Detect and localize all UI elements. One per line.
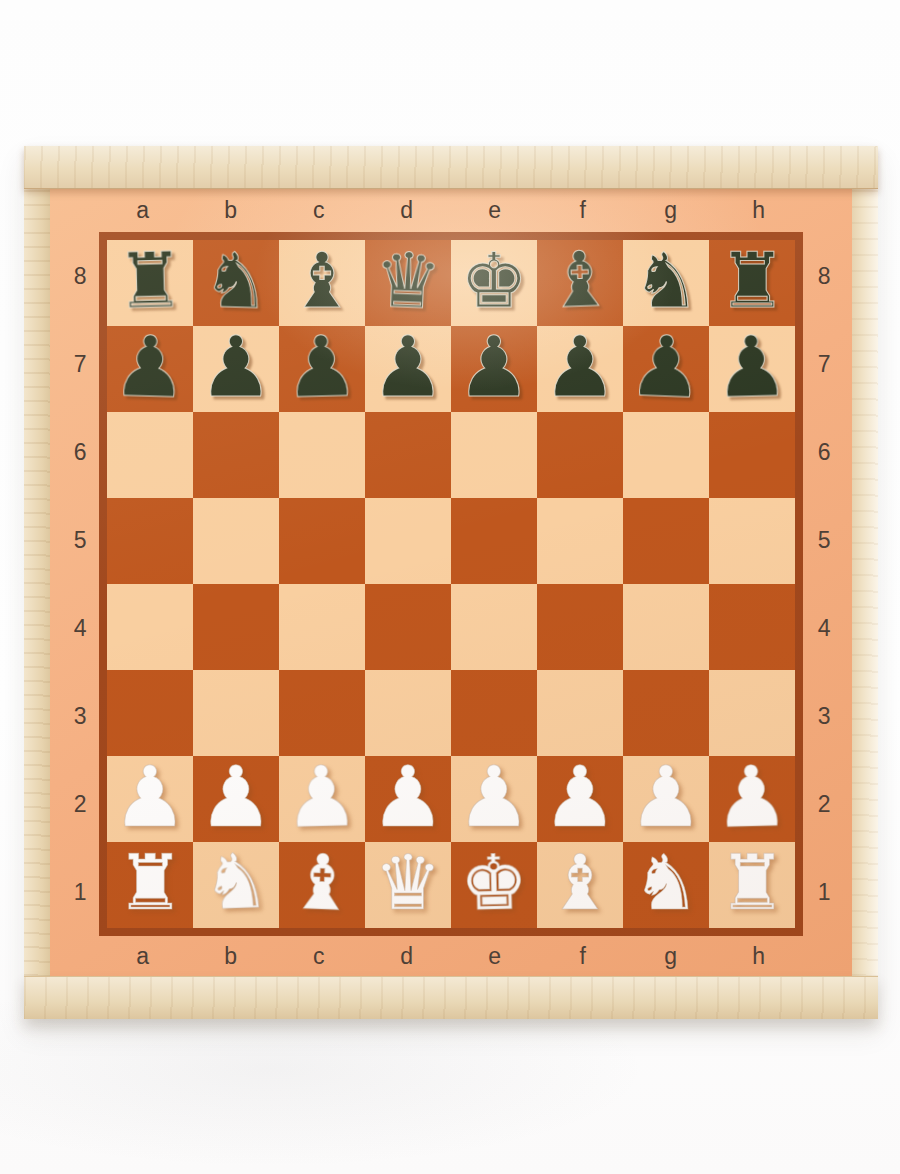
file-labels-bottom: abcdefgh xyxy=(50,936,852,976)
rank-label-8: 8 xyxy=(50,232,99,320)
piece-black-pawn[interactable]: ♟ xyxy=(627,324,705,411)
file-label-c: c xyxy=(275,936,363,976)
file-labels-top: abcdefgh xyxy=(50,188,852,232)
piece-white-bishop[interactable]: ♝ xyxy=(286,844,357,923)
chess-board-grid: ♜♞♝♛♚♝♞♜♟♟♟♟♟♟♟♟♟♟♟♟♟♟♟♟♜♞♝♛♚♝♞♜ xyxy=(107,240,795,928)
piece-white-pawn[interactable]: ♟ xyxy=(198,755,273,839)
square-e2[interactable]: ♟ xyxy=(451,756,537,842)
square-a4[interactable] xyxy=(107,584,193,670)
square-g2[interactable]: ♟ xyxy=(623,756,709,842)
rank-label-6: 6 xyxy=(803,408,852,496)
rank-labels-left: 87654321 xyxy=(50,232,99,936)
file-label-a: a xyxy=(99,188,187,232)
rank-label-1: 1 xyxy=(803,848,852,936)
corner-spacer xyxy=(50,188,99,232)
square-g6[interactable] xyxy=(623,412,709,498)
corner-spacer xyxy=(803,936,852,976)
square-f8[interactable]: ♝ xyxy=(537,240,623,326)
square-b1[interactable]: ♞ xyxy=(193,842,279,928)
square-e6[interactable] xyxy=(451,412,537,498)
square-a5[interactable] xyxy=(107,498,193,584)
square-d5[interactable] xyxy=(365,498,451,584)
piece-black-pawn[interactable]: ♟ xyxy=(542,325,617,409)
rank-label-6: 6 xyxy=(50,408,99,496)
board-middle: 87654321 ♜♞♝♛♚♝♞♜♟♟♟♟♟♟♟♟♟♟♟♟♟♟♟♟♜♞♝♛♚♝♞… xyxy=(50,232,852,936)
square-b3[interactable] xyxy=(193,670,279,756)
file-label-d: d xyxy=(363,188,451,232)
file-label-a: a xyxy=(99,936,187,976)
file-label-b: b xyxy=(187,188,275,232)
photo-scene: abcdefgh 87654321 ♜♞♝♛♚♝♞♜♟♟♟♟♟♟♟♟♟♟♟♟♟♟… xyxy=(0,0,900,1174)
piece-white-rook[interactable]: ♜ xyxy=(718,845,786,921)
square-c3[interactable] xyxy=(279,670,365,756)
file-label-g: g xyxy=(627,188,715,232)
rank-label-5: 5 xyxy=(50,496,99,584)
rank-label-3: 3 xyxy=(803,672,852,760)
square-e7[interactable]: ♟ xyxy=(451,326,537,412)
square-d2[interactable]: ♟ xyxy=(365,756,451,842)
rank-label-5: 5 xyxy=(803,496,852,584)
square-h4[interactable] xyxy=(709,584,795,670)
square-b8[interactable]: ♞ xyxy=(193,240,279,326)
piece-white-knight[interactable]: ♞ xyxy=(632,845,700,921)
square-h7[interactable]: ♟ xyxy=(709,326,795,412)
file-label-h: h xyxy=(715,188,803,232)
piece-white-pawn[interactable]: ♟ xyxy=(628,755,703,839)
file-label-f: f xyxy=(539,936,627,976)
piece-black-pawn[interactable]: ♟ xyxy=(713,324,790,410)
square-a7[interactable]: ♟ xyxy=(107,326,193,412)
square-d7[interactable]: ♟ xyxy=(365,326,451,412)
piece-white-king[interactable]: ♚ xyxy=(459,844,529,922)
rank-label-2: 2 xyxy=(50,760,99,848)
square-g8[interactable]: ♞ xyxy=(623,240,709,326)
square-f7[interactable]: ♟ xyxy=(537,326,623,412)
square-e8[interactable]: ♚ xyxy=(451,240,537,326)
piece-black-bishop[interactable]: ♝ xyxy=(545,241,616,319)
file-label-e: e xyxy=(451,936,539,976)
square-b2[interactable]: ♟ xyxy=(193,756,279,842)
square-f1[interactable]: ♝ xyxy=(537,842,623,928)
square-f2[interactable]: ♟ xyxy=(537,756,623,842)
square-h5[interactable] xyxy=(709,498,795,584)
piece-white-pawn[interactable]: ♟ xyxy=(112,755,187,839)
square-c7[interactable]: ♟ xyxy=(279,326,365,412)
square-d1[interactable]: ♛ xyxy=(365,842,451,928)
piece-black-knight[interactable]: ♞ xyxy=(201,242,271,320)
piece-white-pawn[interactable]: ♟ xyxy=(713,754,790,840)
piece-white-pawn[interactable]: ♟ xyxy=(283,754,360,840)
piece-black-pawn[interactable]: ♟ xyxy=(370,325,445,409)
piece-white-bishop[interactable]: ♝ xyxy=(546,845,614,921)
file-label-g: g xyxy=(627,936,715,976)
wooden-frame-bottom-rail xyxy=(24,976,878,1019)
square-g5[interactable] xyxy=(623,498,709,584)
square-d4[interactable] xyxy=(365,584,451,670)
square-g7[interactable]: ♟ xyxy=(623,326,709,412)
file-label-f: f xyxy=(539,188,627,232)
piece-white-rook[interactable]: ♜ xyxy=(116,845,184,921)
square-h8[interactable]: ♜ xyxy=(709,240,795,326)
square-f6[interactable] xyxy=(537,412,623,498)
rank-label-8: 8 xyxy=(803,232,852,320)
piece-white-pawn[interactable]: ♟ xyxy=(370,755,445,839)
corner-spacer xyxy=(803,188,852,232)
rank-labels-right: 87654321 xyxy=(803,232,852,936)
square-h3[interactable] xyxy=(709,670,795,756)
piece-black-pawn[interactable]: ♟ xyxy=(111,324,189,410)
piece-black-king[interactable]: ♚ xyxy=(460,243,528,319)
rank-label-7: 7 xyxy=(50,320,99,408)
square-b4[interactable] xyxy=(193,584,279,670)
square-g1[interactable]: ♞ xyxy=(623,842,709,928)
square-e3[interactable] xyxy=(451,670,537,756)
square-d8[interactable]: ♛ xyxy=(365,240,451,326)
file-label-d: d xyxy=(363,936,451,976)
square-b6[interactable] xyxy=(193,412,279,498)
square-g3[interactable] xyxy=(623,670,709,756)
square-a2[interactable]: ♟ xyxy=(107,756,193,842)
file-label-h: h xyxy=(715,936,803,976)
piece-white-queen[interactable]: ♛ xyxy=(374,845,442,921)
square-f5[interactable] xyxy=(537,498,623,584)
square-a8[interactable]: ♜ xyxy=(107,240,193,326)
square-b7[interactable]: ♟ xyxy=(193,326,279,412)
square-d6[interactable] xyxy=(365,412,451,498)
piece-white-pawn[interactable]: ♟ xyxy=(542,755,617,839)
square-e5[interactable] xyxy=(451,498,537,584)
rank-label-4: 4 xyxy=(50,584,99,672)
square-g4[interactable] xyxy=(623,584,709,670)
rank-label-1: 1 xyxy=(50,848,99,936)
piece-black-pawn[interactable]: ♟ xyxy=(198,325,273,409)
rank-label-3: 3 xyxy=(50,672,99,760)
square-b5[interactable] xyxy=(193,498,279,584)
square-c5[interactable] xyxy=(279,498,365,584)
square-c2[interactable]: ♟ xyxy=(279,756,365,842)
wooden-frame-right-stile xyxy=(852,188,878,976)
demonstration-chessboard: abcdefgh 87654321 ♜♞♝♛♚♝♞♜♟♟♟♟♟♟♟♟♟♟♟♟♟♟… xyxy=(24,146,878,1018)
square-c8[interactable]: ♝ xyxy=(279,240,365,326)
square-f4[interactable] xyxy=(537,584,623,670)
corner-spacer xyxy=(50,936,99,976)
rank-label-2: 2 xyxy=(803,760,852,848)
square-h6[interactable] xyxy=(709,412,795,498)
square-d3[interactable] xyxy=(365,670,451,756)
piece-white-knight[interactable]: ♞ xyxy=(201,843,272,921)
file-label-e: e xyxy=(451,188,539,232)
square-c6[interactable] xyxy=(279,412,365,498)
piece-black-pawn[interactable]: ♟ xyxy=(283,324,360,410)
wooden-frame-left-stile xyxy=(24,188,50,976)
piece-black-queen[interactable]: ♛ xyxy=(372,242,443,321)
square-c1[interactable]: ♝ xyxy=(279,842,365,928)
piece-black-rook[interactable]: ♜ xyxy=(718,243,786,319)
square-e4[interactable] xyxy=(451,584,537,670)
file-labels-bottom-cells: abcdefgh xyxy=(99,936,803,976)
piece-black-bishop[interactable]: ♝ xyxy=(288,243,356,319)
file-label-b: b xyxy=(187,936,275,976)
wooden-frame-top-rail xyxy=(24,146,878,189)
square-a1[interactable]: ♜ xyxy=(107,842,193,928)
square-a3[interactable] xyxy=(107,670,193,756)
square-c4[interactable] xyxy=(279,584,365,670)
board-border: ♜♞♝♛♚♝♞♜♟♟♟♟♟♟♟♟♟♟♟♟♟♟♟♟♜♞♝♛♚♝♞♜ xyxy=(99,232,803,936)
square-f3[interactable] xyxy=(537,670,623,756)
square-h1[interactable]: ♜ xyxy=(709,842,795,928)
square-a6[interactable] xyxy=(107,412,193,498)
rank-label-4: 4 xyxy=(803,584,852,672)
piece-white-pawn[interactable]: ♟ xyxy=(456,755,531,839)
file-labels-top-cells: abcdefgh xyxy=(99,188,803,232)
piece-black-pawn[interactable]: ♟ xyxy=(456,325,531,409)
file-label-c: c xyxy=(275,188,363,232)
square-h2[interactable]: ♟ xyxy=(709,756,795,842)
piece-black-rook[interactable]: ♜ xyxy=(115,242,185,320)
board-panel: abcdefgh 87654321 ♜♞♝♛♚♝♞♜♟♟♟♟♟♟♟♟♟♟♟♟♟♟… xyxy=(50,188,852,976)
rank-label-7: 7 xyxy=(803,320,852,408)
piece-black-knight[interactable]: ♞ xyxy=(632,243,700,319)
square-e1[interactable]: ♚ xyxy=(451,842,537,928)
